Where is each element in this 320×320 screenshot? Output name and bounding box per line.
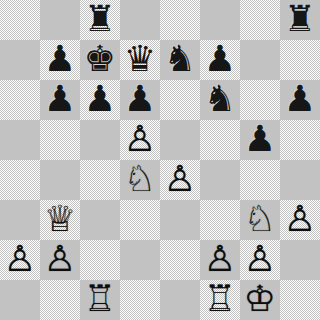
square-e7[interactable]: ♞: [160, 40, 200, 80]
square-c3[interactable]: [80, 200, 120, 240]
black-queen[interactable]: ♛: [124, 39, 156, 79]
square-e5[interactable]: [160, 120, 200, 160]
square-a8[interactable]: [0, 0, 40, 40]
black-knight[interactable]: ♞: [204, 79, 236, 119]
square-c4[interactable]: [80, 160, 120, 200]
white-knight[interactable]: ♘: [124, 159, 156, 199]
square-c2[interactable]: [80, 240, 120, 280]
white-pawn[interactable]: ♙: [204, 239, 236, 279]
square-h5[interactable]: [280, 120, 320, 160]
white-knight[interactable]: ♘: [244, 199, 276, 239]
square-a7[interactable]: [0, 40, 40, 80]
square-b4[interactable]: [40, 160, 80, 200]
square-e6[interactable]: [160, 80, 200, 120]
square-a6[interactable]: [0, 80, 40, 120]
square-a3[interactable]: [0, 200, 40, 240]
black-knight[interactable]: ♞: [164, 39, 196, 79]
square-d5[interactable]: ♙: [120, 120, 160, 160]
black-pawn[interactable]: ♟: [204, 39, 236, 79]
square-b7[interactable]: ♟: [40, 40, 80, 80]
square-h6[interactable]: ♟: [280, 80, 320, 120]
white-queen[interactable]: ♕: [44, 199, 76, 239]
black-pawn[interactable]: ♟: [44, 79, 76, 119]
square-d2[interactable]: [120, 240, 160, 280]
square-b2[interactable]: ♙: [40, 240, 80, 280]
square-c8[interactable]: ♜: [80, 0, 120, 40]
square-b6[interactable]: ♟: [40, 80, 80, 120]
white-pawn[interactable]: ♙: [164, 159, 196, 199]
chess-board: ♜♜♟♚♛♞♟♟♟♟♞♟♙♟♘♙♕♘♙♙♙♙♙♖♖♔: [0, 0, 320, 320]
square-g7[interactable]: [240, 40, 280, 80]
square-c7[interactable]: ♚: [80, 40, 120, 80]
square-d6[interactable]: ♟: [120, 80, 160, 120]
square-f1[interactable]: ♖: [200, 280, 240, 320]
square-h7[interactable]: [280, 40, 320, 80]
white-pawn[interactable]: ♙: [44, 239, 76, 279]
square-d4[interactable]: ♘: [120, 160, 160, 200]
black-rook[interactable]: ♜: [84, 0, 116, 39]
square-a5[interactable]: [0, 120, 40, 160]
square-f5[interactable]: [200, 120, 240, 160]
square-c1[interactable]: ♖: [80, 280, 120, 320]
square-f6[interactable]: ♞: [200, 80, 240, 120]
square-g1[interactable]: ♔: [240, 280, 280, 320]
white-pawn[interactable]: ♙: [244, 239, 276, 279]
black-pawn[interactable]: ♟: [84, 79, 116, 119]
square-a4[interactable]: [0, 160, 40, 200]
white-king[interactable]: ♔: [244, 279, 276, 319]
black-rook[interactable]: ♜: [284, 0, 316, 39]
square-a2[interactable]: ♙: [0, 240, 40, 280]
square-e2[interactable]: [160, 240, 200, 280]
black-pawn[interactable]: ♟: [44, 39, 76, 79]
square-b1[interactable]: [40, 280, 80, 320]
square-b5[interactable]: [40, 120, 80, 160]
square-e4[interactable]: ♙: [160, 160, 200, 200]
square-d3[interactable]: [120, 200, 160, 240]
square-h3[interactable]: ♙: [280, 200, 320, 240]
black-pawn[interactable]: ♟: [284, 79, 316, 119]
square-f4[interactable]: [200, 160, 240, 200]
square-e1[interactable]: [160, 280, 200, 320]
square-d8[interactable]: [120, 0, 160, 40]
square-f2[interactable]: ♙: [200, 240, 240, 280]
white-pawn[interactable]: ♙: [284, 199, 316, 239]
square-f7[interactable]: ♟: [200, 40, 240, 80]
square-b3[interactable]: ♕: [40, 200, 80, 240]
black-pawn[interactable]: ♟: [244, 119, 276, 159]
square-c5[interactable]: [80, 120, 120, 160]
square-f3[interactable]: [200, 200, 240, 240]
white-pawn[interactable]: ♙: [124, 119, 156, 159]
square-h1[interactable]: [280, 280, 320, 320]
square-d1[interactable]: [120, 280, 160, 320]
square-e3[interactable]: [160, 200, 200, 240]
square-h4[interactable]: [280, 160, 320, 200]
square-g4[interactable]: [240, 160, 280, 200]
square-d7[interactable]: ♛: [120, 40, 160, 80]
black-pawn[interactable]: ♟: [124, 79, 156, 119]
white-pawn[interactable]: ♙: [4, 239, 36, 279]
square-g5[interactable]: ♟: [240, 120, 280, 160]
square-h8[interactable]: ♜: [280, 0, 320, 40]
white-rook[interactable]: ♖: [84, 279, 116, 319]
square-f8[interactable]: [200, 0, 240, 40]
square-c6[interactable]: ♟: [80, 80, 120, 120]
white-rook[interactable]: ♖: [204, 279, 236, 319]
square-g8[interactable]: [240, 0, 280, 40]
black-king[interactable]: ♚: [84, 39, 116, 79]
square-g2[interactable]: ♙: [240, 240, 280, 280]
square-g3[interactable]: ♘: [240, 200, 280, 240]
square-g6[interactable]: [240, 80, 280, 120]
square-b8[interactable]: [40, 0, 80, 40]
square-h2[interactable]: [280, 240, 320, 280]
square-a1[interactable]: [0, 280, 40, 320]
square-e8[interactable]: [160, 0, 200, 40]
